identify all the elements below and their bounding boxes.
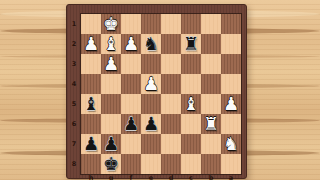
- rank-label-2: 2: [67, 34, 81, 54]
- square-e8[interactable]: [141, 154, 161, 174]
- piece-black-rook: ♜: [181, 34, 201, 54]
- piece-white-pawn: ♟: [141, 74, 161, 94]
- square-g3[interactable]: ♟: [101, 54, 121, 74]
- square-c8[interactable]: [181, 154, 201, 174]
- piece-black-bishop: ♝: [81, 94, 101, 114]
- square-f2[interactable]: ♟: [121, 34, 141, 54]
- square-d1[interactable]: [161, 14, 181, 34]
- piece-white-pawn: ♟: [81, 34, 101, 54]
- square-h5[interactable]: ♝: [81, 94, 101, 114]
- file-label-e: e: [141, 174, 161, 180]
- square-a8[interactable]: [221, 154, 241, 174]
- square-b4[interactable]: [201, 74, 221, 94]
- square-g6[interactable]: [101, 114, 121, 134]
- board-grid: ♚♟♝♟♞♜♟♟♝♝♟♟♟♜♟♟♞♚: [81, 14, 241, 174]
- piece-white-king: ♚: [101, 14, 121, 34]
- piece-black-pawn: ♟: [101, 134, 121, 154]
- piece-white-rook: ♜: [201, 114, 221, 134]
- piece-white-knight: ♞: [221, 134, 241, 154]
- square-g8[interactable]: ♚: [101, 154, 121, 174]
- square-f5[interactable]: [121, 94, 141, 114]
- square-a7[interactable]: ♞: [221, 134, 241, 154]
- square-f6[interactable]: ♟: [121, 114, 141, 134]
- rank-label-4: 4: [67, 74, 81, 94]
- square-g1[interactable]: ♚: [101, 14, 121, 34]
- square-c1[interactable]: [181, 14, 201, 34]
- square-f1[interactable]: [121, 14, 141, 34]
- piece-white-pawn: ♟: [221, 94, 241, 114]
- square-a1[interactable]: [221, 14, 241, 34]
- square-a4[interactable]: [221, 74, 241, 94]
- square-f7[interactable]: [121, 134, 141, 154]
- rank-label-6: 6: [67, 114, 81, 134]
- piece-white-pawn: ♟: [101, 54, 121, 74]
- piece-white-pawn: ♟: [121, 34, 141, 54]
- file-label-a: a: [221, 174, 241, 180]
- file-labels: hgfedcba: [81, 174, 241, 180]
- square-c5[interactable]: ♝: [181, 94, 201, 114]
- square-b8[interactable]: [201, 154, 221, 174]
- square-h3[interactable]: [81, 54, 101, 74]
- square-c7[interactable]: [181, 134, 201, 154]
- rank-label-8: 8: [67, 154, 81, 174]
- square-e6[interactable]: ♟: [141, 114, 161, 134]
- chess-board-frame: 12345678 ♚♟♝♟♞♜♟♟♝♝♟♟♟♜♟♟♞♚ hgfedcba: [66, 4, 247, 179]
- file-label-d: d: [161, 174, 181, 180]
- piece-white-bishop: ♝: [181, 94, 201, 114]
- square-e3[interactable]: [141, 54, 161, 74]
- square-g2[interactable]: ♝: [101, 34, 121, 54]
- square-g5[interactable]: [101, 94, 121, 114]
- square-a2[interactable]: [221, 34, 241, 54]
- square-c2[interactable]: ♜: [181, 34, 201, 54]
- square-g4[interactable]: [101, 74, 121, 94]
- rank-label-1: 1: [67, 14, 81, 34]
- square-c6[interactable]: [181, 114, 201, 134]
- square-a6[interactable]: [221, 114, 241, 134]
- square-c4[interactable]: [181, 74, 201, 94]
- square-b5[interactable]: [201, 94, 221, 114]
- square-c3[interactable]: [181, 54, 201, 74]
- square-d4[interactable]: [161, 74, 181, 94]
- file-label-h: h: [81, 174, 101, 180]
- square-b7[interactable]: [201, 134, 221, 154]
- square-h4[interactable]: [81, 74, 101, 94]
- rank-label-5: 5: [67, 94, 81, 114]
- piece-white-bishop: ♝: [101, 34, 121, 54]
- square-d2[interactable]: [161, 34, 181, 54]
- piece-black-pawn: ♟: [81, 134, 101, 154]
- square-h7[interactable]: ♟: [81, 134, 101, 154]
- piece-black-king: ♚: [101, 154, 121, 174]
- rank-label-7: 7: [67, 134, 81, 154]
- square-a3[interactable]: [221, 54, 241, 74]
- square-e1[interactable]: [141, 14, 161, 34]
- square-h6[interactable]: [81, 114, 101, 134]
- square-b6[interactable]: ♜: [201, 114, 221, 134]
- piece-black-pawn: ♟: [121, 114, 141, 134]
- square-a5[interactable]: ♟: [221, 94, 241, 114]
- square-d8[interactable]: [161, 154, 181, 174]
- square-d7[interactable]: [161, 134, 181, 154]
- square-b3[interactable]: [201, 54, 221, 74]
- file-label-c: c: [181, 174, 201, 180]
- square-d6[interactable]: [161, 114, 181, 134]
- piece-black-knight: ♞: [141, 34, 161, 54]
- square-g7[interactable]: ♟: [101, 134, 121, 154]
- file-label-b: b: [201, 174, 221, 180]
- square-e7[interactable]: [141, 134, 161, 154]
- square-d3[interactable]: [161, 54, 181, 74]
- square-e2[interactable]: ♞: [141, 34, 161, 54]
- square-b2[interactable]: [201, 34, 221, 54]
- square-e5[interactable]: [141, 94, 161, 114]
- square-f4[interactable]: [121, 74, 141, 94]
- square-e4[interactable]: ♟: [141, 74, 161, 94]
- square-h1[interactable]: [81, 14, 101, 34]
- square-d5[interactable]: [161, 94, 181, 114]
- square-f3[interactable]: [121, 54, 141, 74]
- square-f8[interactable]: [121, 154, 141, 174]
- square-h2[interactable]: ♟: [81, 34, 101, 54]
- piece-black-pawn: ♟: [141, 114, 161, 134]
- wood-table-background: 12345678 ♚♟♝♟♞♜♟♟♝♝♟♟♟♜♟♟♞♚ hgfedcba: [0, 0, 320, 180]
- square-h8[interactable]: [81, 154, 101, 174]
- square-b1[interactable]: [201, 14, 221, 34]
- file-label-g: g: [101, 174, 121, 180]
- file-label-f: f: [121, 174, 141, 180]
- rank-labels: 12345678: [67, 14, 81, 174]
- rank-label-3: 3: [67, 54, 81, 74]
